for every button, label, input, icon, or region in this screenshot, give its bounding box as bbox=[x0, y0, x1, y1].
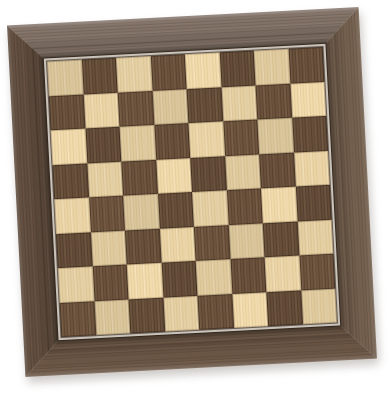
square-g5 bbox=[259, 152, 295, 188]
square-a7 bbox=[49, 94, 85, 130]
board-photo bbox=[0, 0, 390, 400]
square-d2 bbox=[161, 261, 197, 297]
square-d6 bbox=[154, 123, 190, 159]
square-h1 bbox=[301, 288, 337, 324]
square-d5 bbox=[156, 158, 192, 194]
square-c6 bbox=[119, 125, 155, 161]
square-g3 bbox=[263, 221, 299, 257]
square-a3 bbox=[56, 232, 92, 268]
square-e5 bbox=[190, 156, 226, 192]
square-a1 bbox=[60, 301, 96, 337]
square-b7 bbox=[83, 92, 119, 128]
square-a2 bbox=[58, 266, 94, 302]
square-c1 bbox=[129, 297, 165, 333]
square-b2 bbox=[92, 265, 128, 301]
square-a8 bbox=[47, 60, 83, 96]
metal-inlay-border bbox=[44, 44, 340, 340]
square-c8 bbox=[116, 56, 152, 92]
square-b3 bbox=[90, 230, 126, 266]
square-d8 bbox=[150, 54, 186, 90]
square-c5 bbox=[121, 159, 157, 195]
square-d1 bbox=[163, 295, 199, 331]
square-b4 bbox=[89, 196, 125, 232]
square-h6 bbox=[292, 116, 328, 152]
square-e7 bbox=[187, 87, 223, 123]
square-c4 bbox=[123, 194, 159, 230]
square-g4 bbox=[261, 187, 297, 223]
square-h5 bbox=[294, 150, 330, 186]
square-g1 bbox=[266, 290, 302, 326]
square-a6 bbox=[51, 129, 87, 165]
square-f1 bbox=[232, 292, 268, 328]
square-d3 bbox=[159, 226, 195, 262]
square-f5 bbox=[225, 154, 261, 190]
square-b6 bbox=[85, 127, 121, 163]
square-h2 bbox=[299, 254, 335, 290]
square-g6 bbox=[257, 118, 293, 154]
square-a4 bbox=[54, 197, 90, 233]
square-g7 bbox=[255, 83, 291, 119]
chess-board bbox=[7, 7, 377, 377]
square-f2 bbox=[230, 257, 266, 293]
square-h3 bbox=[297, 219, 333, 255]
square-b1 bbox=[94, 299, 130, 335]
square-e2 bbox=[196, 259, 232, 295]
square-f7 bbox=[221, 85, 257, 121]
square-e8 bbox=[185, 52, 221, 88]
square-a5 bbox=[52, 163, 88, 199]
square-b8 bbox=[81, 58, 117, 94]
square-g8 bbox=[254, 49, 290, 85]
square-d4 bbox=[158, 192, 194, 228]
square-h4 bbox=[295, 185, 331, 221]
square-e1 bbox=[197, 294, 233, 330]
square-e3 bbox=[194, 225, 230, 261]
square-h7 bbox=[290, 81, 326, 117]
square-f6 bbox=[223, 119, 259, 155]
square-c3 bbox=[125, 228, 161, 264]
square-e4 bbox=[192, 190, 228, 226]
square-c2 bbox=[127, 263, 163, 299]
square-f8 bbox=[219, 51, 255, 87]
square-e6 bbox=[188, 121, 224, 157]
square-g2 bbox=[265, 255, 301, 291]
square-f4 bbox=[226, 188, 262, 224]
square-h8 bbox=[288, 47, 324, 83]
square-d7 bbox=[152, 89, 188, 125]
square-b5 bbox=[87, 161, 123, 197]
square-c7 bbox=[118, 90, 154, 126]
playing-area bbox=[47, 47, 337, 337]
square-f3 bbox=[228, 223, 264, 259]
